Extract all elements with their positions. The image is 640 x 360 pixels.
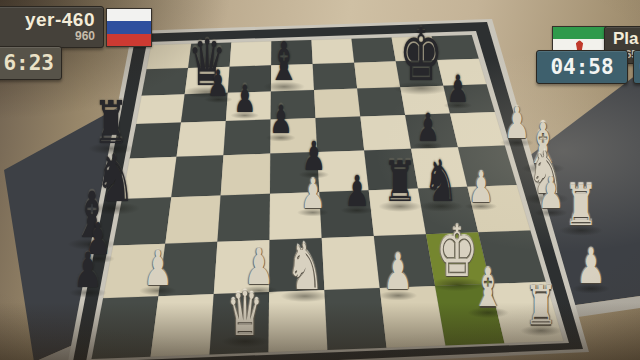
chess-game-screen: ♝♚♛♟♟♟♟♟♟♜♝♟♞♜♞♟♞♟♟♟♜♝♟♚♟♟♟♟♟♞♝♜♛ yer-46…	[0, 0, 640, 360]
piece-white-pawn-h4[interactable]: ♟	[468, 168, 494, 207]
piece-white-pawn-f2[interactable]: ♟	[383, 250, 413, 296]
piece-black-pawn-c5[interactable]: ♟	[234, 81, 257, 116]
piece-white-bishop-g1[interactable]: ♝	[472, 264, 504, 313]
piece-black-pawn-d5[interactable]: ♟	[269, 102, 293, 138]
piece-black-pawn-b6[interactable]: ♟	[207, 66, 229, 100]
piece-black-king-g7[interactable]: ♚	[399, 22, 443, 89]
white-player-name: Pla	[613, 29, 640, 48]
black-player-clock: 6:23	[0, 46, 62, 80]
black-player-name: yer-460	[0, 10, 95, 30]
piece-white-pawn-right-tray: ♟	[576, 244, 605, 289]
piece-black-pawn-g5[interactable]: ♟	[416, 110, 440, 146]
piece-black-pawn-left-tray: ♟	[73, 248, 102, 293]
piece-white-pawn-e3[interactable]: ♟	[301, 175, 326, 213]
white-player-second-clock: 0	[633, 50, 640, 84]
piece-white-knight-d2[interactable]: ♞	[286, 239, 324, 297]
piece-white-queen-c1[interactable]: ♛	[227, 286, 264, 342]
piece-black-rook-f4[interactable]: ♜	[383, 155, 417, 207]
piece-black-knight-g4[interactable]: ♞	[424, 154, 459, 207]
white-player-clock: 04:58	[536, 50, 628, 84]
piece-white-rook-right-tray: ♜	[564, 179, 598, 231]
piece-black-pawn-f3[interactable]: ♟	[344, 172, 370, 211]
black-player-rating: 960	[0, 30, 95, 43]
black-player-panel: yer-460 960	[0, 6, 104, 48]
piece-black-bishop-d7[interactable]: ♝	[268, 38, 300, 87]
russia-flag-icon	[106, 8, 152, 47]
piece-white-pawn-a2[interactable]: ♟	[143, 246, 172, 291]
piece-white-rook-h1[interactable]: ♜	[525, 282, 557, 331]
piece-black-pawn-h6[interactable]: ♟	[447, 71, 470, 106]
piece-white-pawn-right-tray: ♟	[538, 173, 564, 213]
